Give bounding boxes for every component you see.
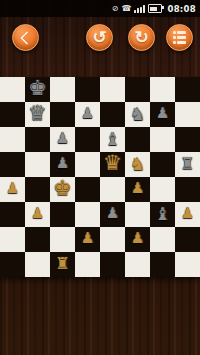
piece-white-rook[interactable]: ♜ <box>55 256 69 272</box>
square-h7[interactable] <box>175 102 200 127</box>
square-c3[interactable] <box>50 202 75 227</box>
square-g2[interactable] <box>150 227 175 252</box>
square-g3[interactable]: ♝ <box>150 202 175 227</box>
square-d2[interactable]: ♟ <box>75 227 100 252</box>
square-g1[interactable] <box>150 252 175 277</box>
square-a3[interactable] <box>0 202 25 227</box>
piece-black-bishop[interactable]: ♝ <box>104 130 120 148</box>
piece-white-queen[interactable]: ♛ <box>103 153 122 174</box>
square-e6[interactable]: ♝ <box>100 127 125 152</box>
square-d7[interactable]: ♟ <box>75 102 100 127</box>
square-e8[interactable] <box>100 77 125 102</box>
square-c6[interactable]: ♟ <box>50 127 75 152</box>
piece-white-king[interactable]: ♚ <box>53 178 72 199</box>
square-a4[interactable]: ♟ <box>0 177 25 202</box>
app-screen: ⊘ ☎ 08:08 ↺ ↻ ♚♛♟♞♟♟♝♟♛♞♜♟♚♟♟♟♝♟♟♟♜ <box>0 0 200 355</box>
square-f6[interactable] <box>125 127 150 152</box>
back-arrow-icon <box>20 30 34 44</box>
square-f3[interactable] <box>125 202 150 227</box>
piece-black-pawn[interactable]: ♟ <box>156 106 169 121</box>
square-e5[interactable]: ♛ <box>100 152 125 177</box>
back-button[interactable] <box>12 24 39 51</box>
square-h1[interactable] <box>175 252 200 277</box>
square-d4[interactable] <box>75 177 100 202</box>
square-a2[interactable] <box>0 227 25 252</box>
square-c5[interactable]: ♟ <box>50 152 75 177</box>
signal-icon <box>134 5 145 13</box>
square-b4[interactable] <box>25 177 50 202</box>
square-c7[interactable] <box>50 102 75 127</box>
square-g8[interactable] <box>150 77 175 102</box>
piece-black-pawn[interactable]: ♟ <box>106 206 119 221</box>
square-f5[interactable]: ♞ <box>125 152 150 177</box>
square-f2[interactable]: ♟ <box>125 227 150 252</box>
square-c2[interactable] <box>50 227 75 252</box>
piece-white-knight[interactable]: ♞ <box>129 155 145 173</box>
redo-icon: ↻ <box>134 29 148 46</box>
square-h3[interactable]: ♟ <box>175 202 200 227</box>
undo-button[interactable]: ↺ <box>86 24 113 51</box>
square-c4[interactable]: ♚ <box>50 177 75 202</box>
phone-icon: ☎ <box>121 5 131 13</box>
piece-black-pawn[interactable]: ♟ <box>81 106 94 121</box>
piece-black-bishop[interactable]: ♝ <box>154 205 170 223</box>
square-b6[interactable] <box>25 127 50 152</box>
menu-icon <box>173 31 186 44</box>
piece-white-pawn[interactable]: ♟ <box>131 181 144 196</box>
clock: 08:08 <box>167 4 196 14</box>
square-b1[interactable] <box>25 252 50 277</box>
square-c8[interactable] <box>50 77 75 102</box>
square-a8[interactable] <box>0 77 25 102</box>
square-e4[interactable] <box>100 177 125 202</box>
toolbar: ↺ ↻ <box>0 17 200 77</box>
square-h5[interactable]: ♜ <box>175 152 200 177</box>
square-b8[interactable]: ♚ <box>25 77 50 102</box>
square-e2[interactable] <box>100 227 125 252</box>
square-f1[interactable] <box>125 252 150 277</box>
piece-black-knight[interactable]: ♞ <box>129 105 145 123</box>
square-h6[interactable] <box>175 127 200 152</box>
square-b3[interactable]: ♟ <box>25 202 50 227</box>
square-b5[interactable] <box>25 152 50 177</box>
square-a5[interactable] <box>0 152 25 177</box>
battery-icon <box>148 4 162 13</box>
wood-background <box>0 277 200 355</box>
square-d5[interactable] <box>75 152 100 177</box>
piece-black-king[interactable]: ♚ <box>28 78 47 99</box>
square-d1[interactable] <box>75 252 100 277</box>
square-d6[interactable] <box>75 127 100 152</box>
square-a7[interactable] <box>0 102 25 127</box>
square-c1[interactable]: ♜ <box>50 252 75 277</box>
piece-white-pawn[interactable]: ♟ <box>31 206 44 221</box>
square-g7[interactable]: ♟ <box>150 102 175 127</box>
piece-black-pawn[interactable]: ♟ <box>56 131 69 146</box>
square-g4[interactable] <box>150 177 175 202</box>
redo-button[interactable]: ↻ <box>128 24 155 51</box>
piece-black-queen[interactable]: ♛ <box>28 103 47 124</box>
menu-button[interactable] <box>166 24 193 51</box>
square-f4[interactable]: ♟ <box>125 177 150 202</box>
square-g6[interactable] <box>150 127 175 152</box>
status-bar: ⊘ ☎ 08:08 <box>0 0 200 17</box>
square-h2[interactable] <box>175 227 200 252</box>
piece-black-pawn[interactable]: ♟ <box>56 156 69 171</box>
square-h4[interactable] <box>175 177 200 202</box>
square-d8[interactable] <box>75 77 100 102</box>
square-a6[interactable] <box>0 127 25 152</box>
square-b7[interactable]: ♛ <box>25 102 50 127</box>
square-e7[interactable] <box>100 102 125 127</box>
piece-white-pawn[interactable]: ♟ <box>181 206 194 221</box>
square-f7[interactable]: ♞ <box>125 102 150 127</box>
square-a1[interactable] <box>0 252 25 277</box>
piece-white-pawn[interactable]: ♟ <box>6 181 19 196</box>
undo-icon: ↺ <box>92 29 106 46</box>
piece-black-rook[interactable]: ♜ <box>180 156 194 172</box>
chess-board[interactable]: ♚♛♟♞♟♟♝♟♛♞♜♟♚♟♟♟♝♟♟♟♜ <box>0 77 200 277</box>
piece-white-pawn[interactable]: ♟ <box>131 231 144 246</box>
square-h8[interactable] <box>175 77 200 102</box>
square-e3[interactable]: ♟ <box>100 202 125 227</box>
square-b2[interactable] <box>25 227 50 252</box>
piece-white-pawn[interactable]: ♟ <box>81 231 94 246</box>
square-d3[interactable] <box>75 202 100 227</box>
square-e1[interactable] <box>100 252 125 277</box>
data-disabled-icon: ⊘ <box>112 5 119 13</box>
square-g5[interactable] <box>150 152 175 177</box>
square-f8[interactable] <box>125 77 150 102</box>
